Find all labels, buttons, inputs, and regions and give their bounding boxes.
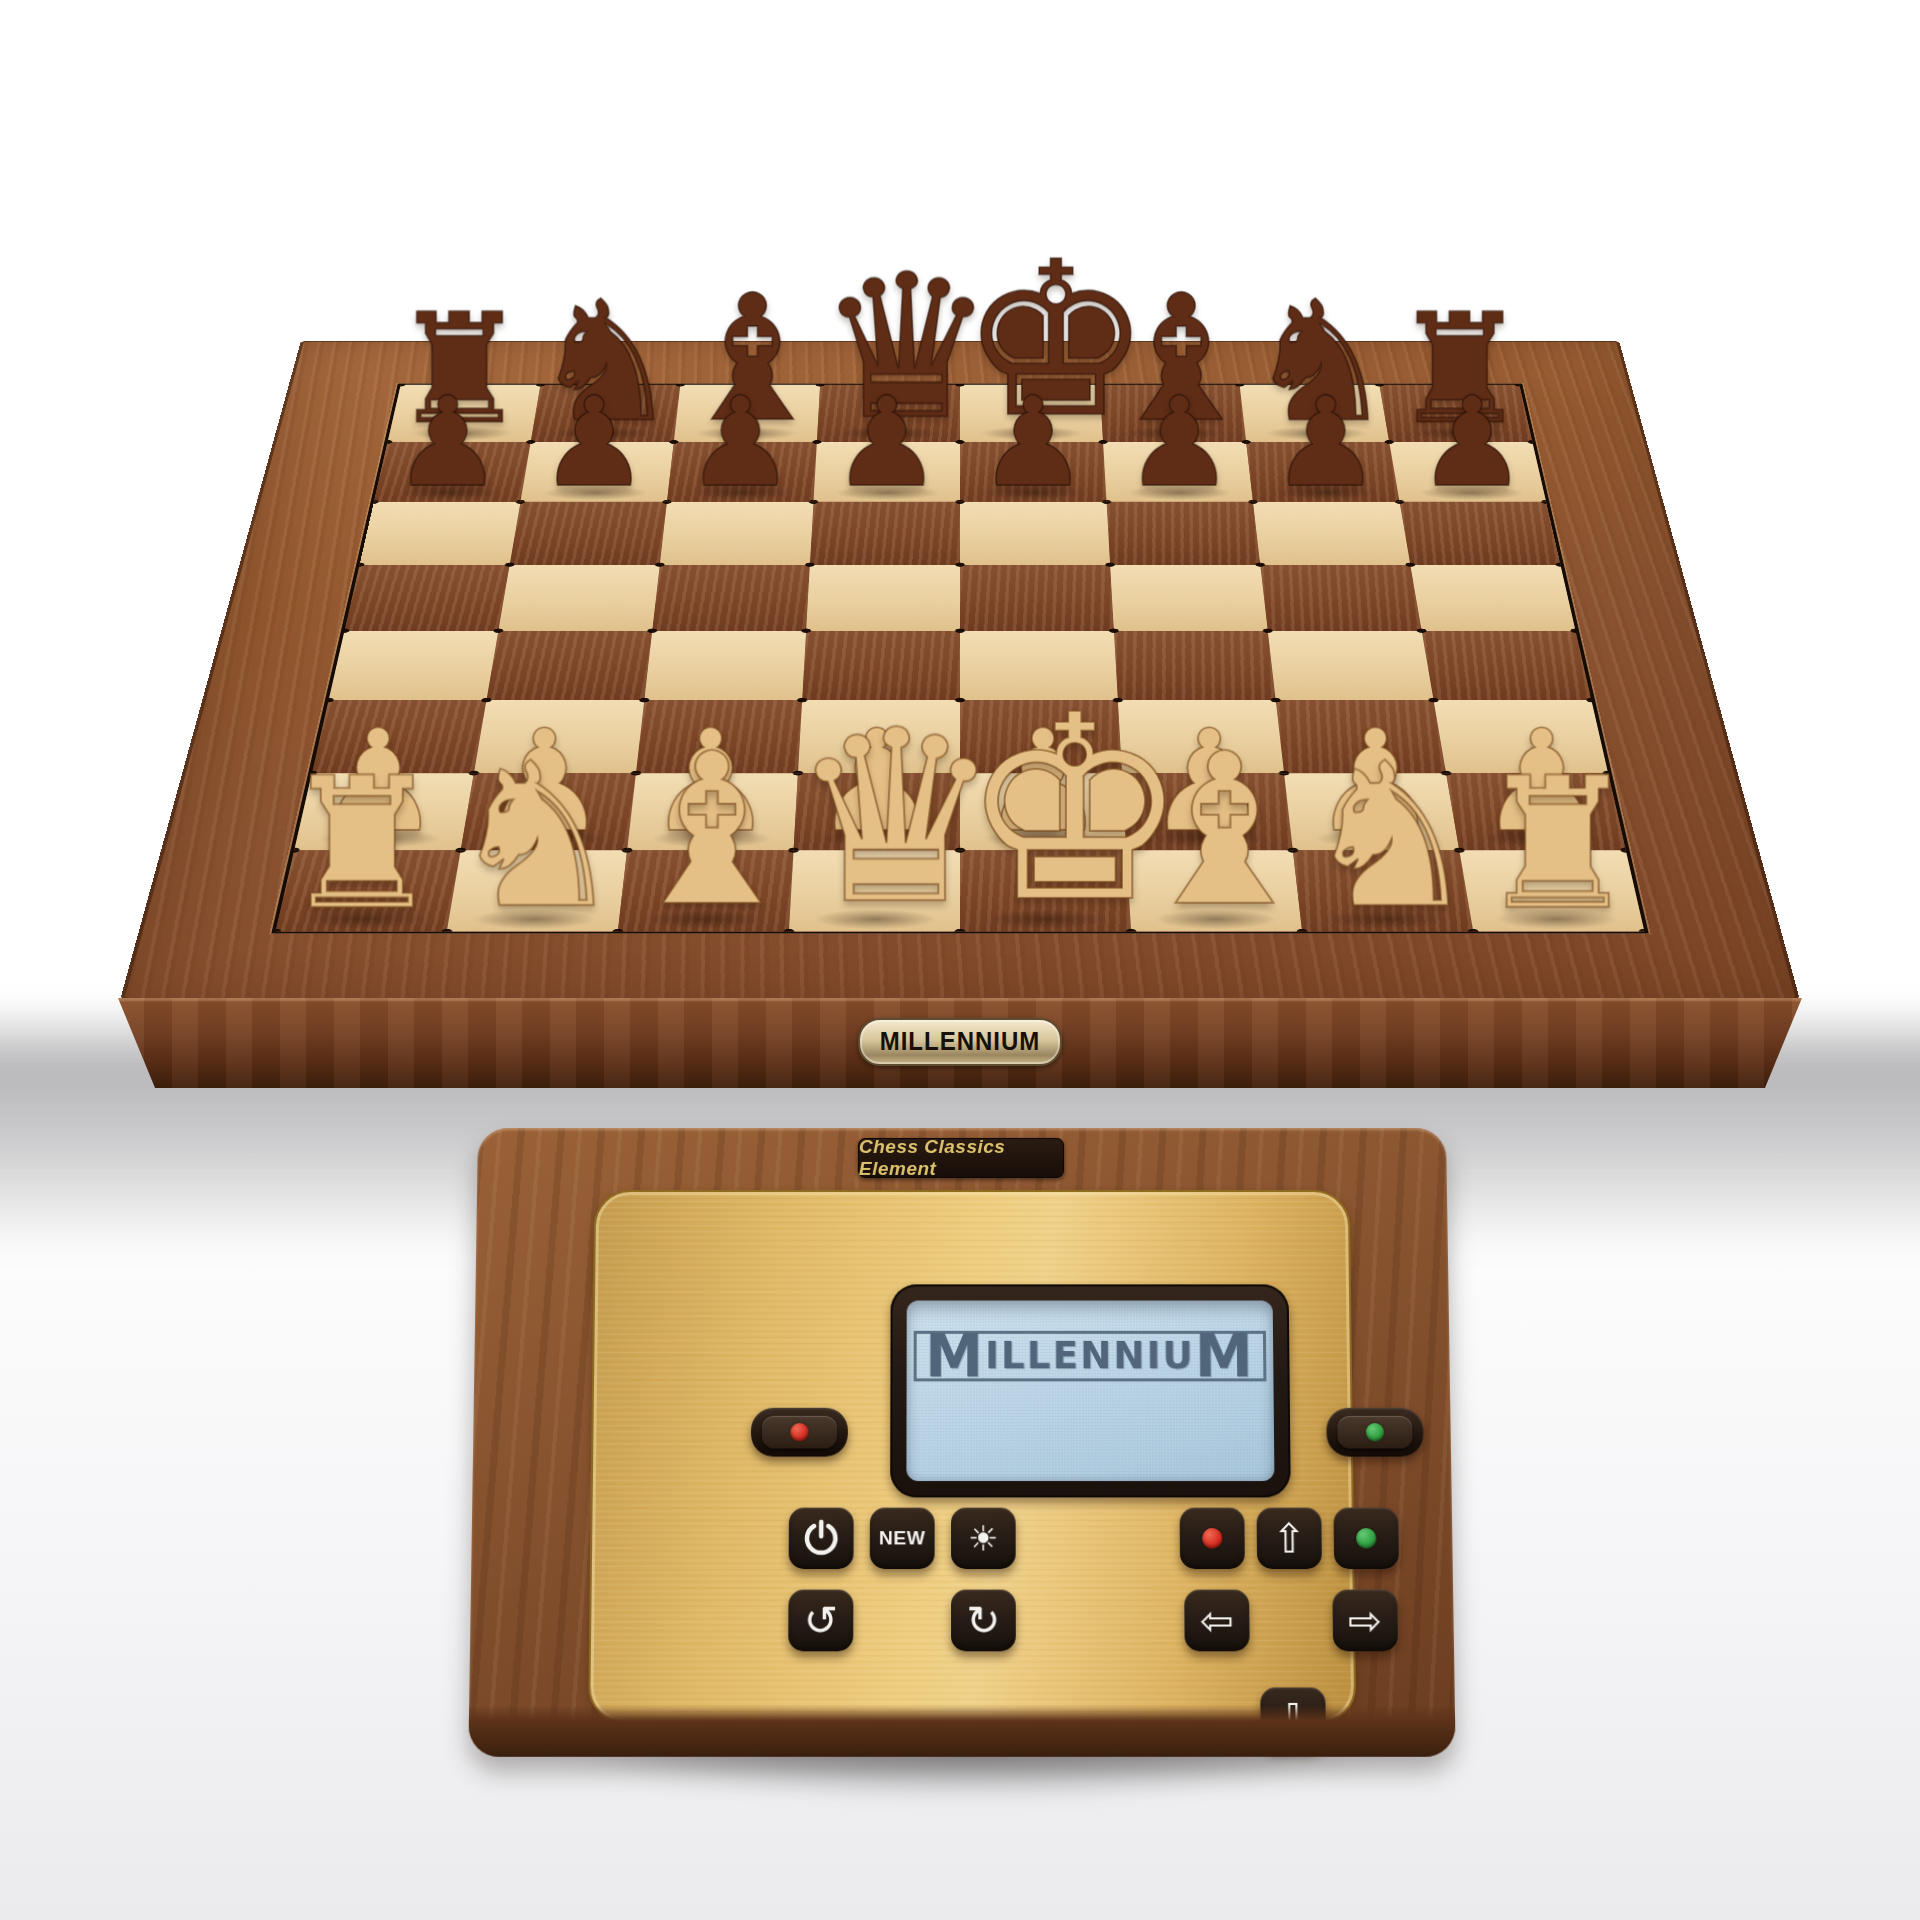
square-c6[interactable]: [660, 502, 814, 565]
hint-light-button[interactable]: ☀: [951, 1508, 1016, 1569]
up-button[interactable]: ⇧: [1257, 1508, 1322, 1569]
green-dot-icon: [1366, 1423, 1384, 1441]
square-c1[interactable]: ♝: [618, 850, 794, 931]
square-h4[interactable]: [1422, 631, 1592, 700]
square-a1[interactable]: ♜: [276, 850, 461, 931]
undo-arrow-icon: ↺: [804, 1600, 838, 1641]
new-game-button[interactable]: NEW: [870, 1508, 935, 1569]
square-a4[interactable]: [329, 631, 499, 700]
square-d5[interactable]: [806, 565, 960, 631]
chessboard-grid: ♜♞♝♛♚♝♞♜♟♟♟♟♟♟♟♟♟♟♟♟♟♟♟♟♜♞♝♛♚♝♞♜: [271, 384, 1648, 934]
square-a6[interactable]: [360, 502, 521, 565]
millennium-nameplate: MILLENNIUM: [858, 1018, 1062, 1066]
piece-white-knight: ♞: [1302, 744, 1473, 927]
square-d1[interactable]: ♛: [789, 850, 960, 931]
red-dot-icon: [1202, 1528, 1222, 1548]
lcd-bezel: MILLENNIUM: [890, 1284, 1291, 1497]
square-c7[interactable]: ♟: [667, 442, 817, 502]
square-g7[interactable]: ♟: [1246, 442, 1399, 502]
piece-white-rook: ♜: [277, 760, 448, 927]
model-label-text: Chess Classics Element: [859, 1136, 1063, 1180]
square-f5[interactable]: [1110, 565, 1268, 631]
piece-black-pawn: ♟: [1106, 385, 1252, 499]
lcd-screen: MILLENNIUM: [906, 1301, 1274, 1482]
square-a5[interactable]: [344, 565, 509, 631]
up-arrow-icon: ⇧: [1272, 1518, 1306, 1559]
piece-black-pawn: ♟: [814, 385, 960, 499]
down-arrow-icon: ⇩: [1276, 1698, 1311, 1739]
square-b5[interactable]: [498, 565, 659, 631]
lcd-logo-text: MILLENNIUM: [914, 1331, 1266, 1382]
square-d6[interactable]: [810, 502, 960, 565]
square-b7[interactable]: ♟: [520, 442, 673, 502]
square-f7[interactable]: ♟: [1103, 442, 1253, 502]
redo-arrow-icon: ↻: [966, 1600, 1000, 1641]
green-confirm-button[interactable]: [1333, 1508, 1399, 1569]
gold-control-panel: MILLENNIUM NEW ☀: [588, 1190, 1356, 1724]
new-button-label: NEW: [879, 1527, 925, 1550]
square-e6[interactable]: [960, 502, 1110, 565]
piece-white-rook: ♜: [1473, 760, 1644, 927]
square-g6[interactable]: [1253, 502, 1410, 565]
nameplate-text: MILLENNIUM: [880, 1027, 1041, 1056]
down-button[interactable]: ⇩: [1260, 1687, 1326, 1749]
square-h7[interactable]: ♟: [1389, 442, 1546, 502]
square-h5[interactable]: [1410, 565, 1575, 631]
green-dot-icon: [1356, 1528, 1377, 1548]
redo-button[interactable]: ↻: [951, 1590, 1016, 1652]
square-b6[interactable]: [510, 502, 667, 565]
square-c5[interactable]: [652, 565, 810, 631]
piece-black-pawn: ♟: [1399, 385, 1545, 499]
square-e5[interactable]: [960, 565, 1114, 631]
piece-black-pawn: ♟: [667, 385, 813, 499]
square-a7[interactable]: ♟: [374, 442, 531, 502]
piece-black-pawn: ♟: [375, 385, 521, 499]
square-h1[interactable]: ♜: [1459, 850, 1644, 931]
red-confirm-button[interactable]: [1180, 1508, 1245, 1569]
left-button[interactable]: ⇦: [1184, 1590, 1249, 1652]
piece-white-queen: ♛: [789, 708, 960, 927]
square-h6[interactable]: [1400, 502, 1561, 565]
piece-black-pawn: ♟: [960, 385, 1106, 499]
square-g1[interactable]: ♞: [1293, 850, 1473, 931]
product-photo-millennium-chess-computer: { "game": "chess", "product": { "board_n…: [0, 0, 1920, 1920]
square-d7[interactable]: ♟: [813, 442, 960, 502]
board-front-edge: MILLENNIUM: [118, 998, 1802, 1088]
piece-black-pawn: ♟: [521, 385, 667, 499]
undo-button[interactable]: ↺: [788, 1590, 853, 1652]
square-b4[interactable]: [486, 631, 652, 700]
red-rocker-button[interactable]: [751, 1408, 848, 1457]
chessboard-frame: ♜♞♝♛♚♝♞♜♟♟♟♟♟♟♟♟♟♟♟♟♟♟♟♟♜♞♝♛♚♝♞♜: [120, 341, 1800, 1000]
square-g4[interactable]: [1268, 631, 1434, 700]
power-button[interactable]: [789, 1508, 854, 1569]
light-bulb-burst-icon: ☀: [968, 1521, 999, 1556]
chessboard-stage: ♜♞♝♛♚♝♞♜♟♟♟♟♟♟♟♟♟♟♟♟♟♟♟♟♜♞♝♛♚♝♞♜: [120, 248, 1800, 1000]
model-label-plate: Chess Classics Element: [858, 1138, 1064, 1178]
square-g5[interactable]: [1260, 565, 1421, 631]
piece-white-bishop: ♝: [618, 735, 789, 927]
piece-black-pawn: ♟: [1253, 385, 1399, 499]
piece-white-knight: ♞: [447, 744, 618, 927]
green-rocker-button[interactable]: [1326, 1408, 1424, 1457]
chess-computer-console: Chess Classics Element MILLENNIUM: [468, 1128, 1455, 1757]
square-e7[interactable]: ♟: [960, 442, 1107, 502]
red-dot-icon: [790, 1423, 808, 1441]
square-c4[interactable]: [644, 631, 806, 700]
right-arrow-icon: ⇨: [1348, 1600, 1383, 1641]
red-rocker-key[interactable]: [762, 1416, 837, 1449]
square-b1[interactable]: ♞: [447, 850, 627, 931]
right-button[interactable]: ⇨: [1332, 1590, 1398, 1652]
left-arrow-icon: ⇦: [1200, 1600, 1234, 1641]
square-f6[interactable]: [1107, 502, 1261, 565]
power-icon: [802, 1519, 841, 1558]
green-rocker-key[interactable]: [1337, 1416, 1412, 1449]
